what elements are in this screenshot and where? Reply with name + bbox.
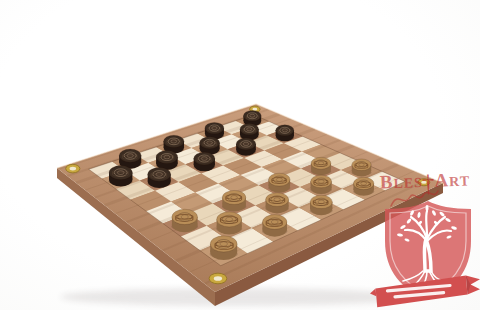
checker-piece-dark: ⛂ — [109, 165, 133, 187]
checkers-product-photo: ⛂⛂⛂⛂⛂⛂⛂⛂⛂⛂⛀⛀⛂⛂⛀⛀⛀⛀⛀⛀⛀⛀⛀⛀ BLES†ART — [0, 0, 480, 310]
checker-piece-light: ⛀ — [310, 174, 332, 194]
checker-piece-light: ⛀ — [310, 194, 333, 215]
brass-corner-ornament — [66, 164, 80, 173]
checker-piece-light: ⛀ — [265, 192, 289, 214]
checker-piece-light: ⛀ — [171, 208, 198, 232]
checker-piece-light: ⛀ — [210, 235, 238, 260]
checker-piece-dark: ⛂ — [147, 166, 171, 188]
checker-piece-light: ⛀ — [268, 172, 290, 192]
checker-piece-light: ⛀ — [222, 190, 246, 212]
checker-piece-dark: ⛂ — [193, 151, 215, 171]
brass-corner-ornament — [209, 273, 227, 284]
brand-letters: RT — [449, 173, 470, 189]
checker-piece-light: ⛀ — [216, 211, 242, 235]
checker-piece-dark: ⛂ — [236, 137, 256, 156]
checker-piece-dark: ⛂ — [275, 124, 294, 141]
checker-piece-light: ⛀ — [351, 158, 371, 176]
checker-piece-light: ⛀ — [311, 156, 332, 175]
watermark-ribbon — [370, 274, 480, 308]
checker-piece-light: ⛀ — [262, 213, 287, 236]
